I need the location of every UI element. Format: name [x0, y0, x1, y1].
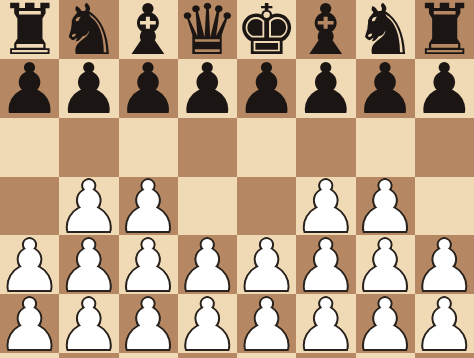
square-f3[interactable]: ♟	[296, 294, 355, 353]
chess-board: ♜♞♝♛♚♝♞♜♟♟♟♟♟♟♟♟♟♟♟♟♟♟♟♟♟♟♟♟♟♟♟♟♟♟♟♟	[0, 0, 474, 358]
square-a7[interactable]: ♟	[0, 59, 59, 118]
white-pawn-c3[interactable]: ♟	[117, 290, 180, 358]
square-h3[interactable]: ♟	[415, 294, 474, 353]
black-pawn-f7[interactable]: ♟	[295, 54, 358, 124]
black-pawn-d7[interactable]: ♟	[176, 54, 239, 124]
white-pawn-d3[interactable]: ♟	[176, 290, 239, 358]
black-pawn-e7[interactable]: ♟	[235, 54, 298, 124]
white-pawn-e3[interactable]: ♟	[235, 290, 298, 358]
square-c7[interactable]: ♟	[119, 59, 178, 118]
square-g3[interactable]: ♟	[356, 294, 415, 353]
square-d3[interactable]: ♟	[178, 294, 237, 353]
black-pawn-b7[interactable]: ♟	[58, 54, 121, 124]
black-pawn-g7[interactable]: ♟	[354, 54, 417, 124]
black-pawn-h7[interactable]: ♟	[413, 54, 474, 124]
square-b7[interactable]: ♟	[59, 59, 118, 118]
square-d7[interactable]: ♟	[178, 59, 237, 118]
black-pawn-c7[interactable]: ♟	[117, 54, 180, 124]
square-a3[interactable]: ♟	[0, 294, 59, 353]
white-pawn-a3[interactable]: ♟	[0, 290, 61, 358]
white-pawn-h3[interactable]: ♟	[413, 290, 474, 358]
square-e7[interactable]: ♟	[237, 59, 296, 118]
white-pawn-b3[interactable]: ♟	[58, 290, 121, 358]
black-pawn-a7[interactable]: ♟	[0, 54, 61, 124]
square-g7[interactable]: ♟	[356, 59, 415, 118]
white-pawn-f3[interactable]: ♟	[295, 290, 358, 358]
square-e3[interactable]: ♟	[237, 294, 296, 353]
square-f7[interactable]: ♟	[296, 59, 355, 118]
square-h7[interactable]: ♟	[415, 59, 474, 118]
square-c3[interactable]: ♟	[119, 294, 178, 353]
square-b3[interactable]: ♟	[59, 294, 118, 353]
white-pawn-g3[interactable]: ♟	[354, 290, 417, 358]
